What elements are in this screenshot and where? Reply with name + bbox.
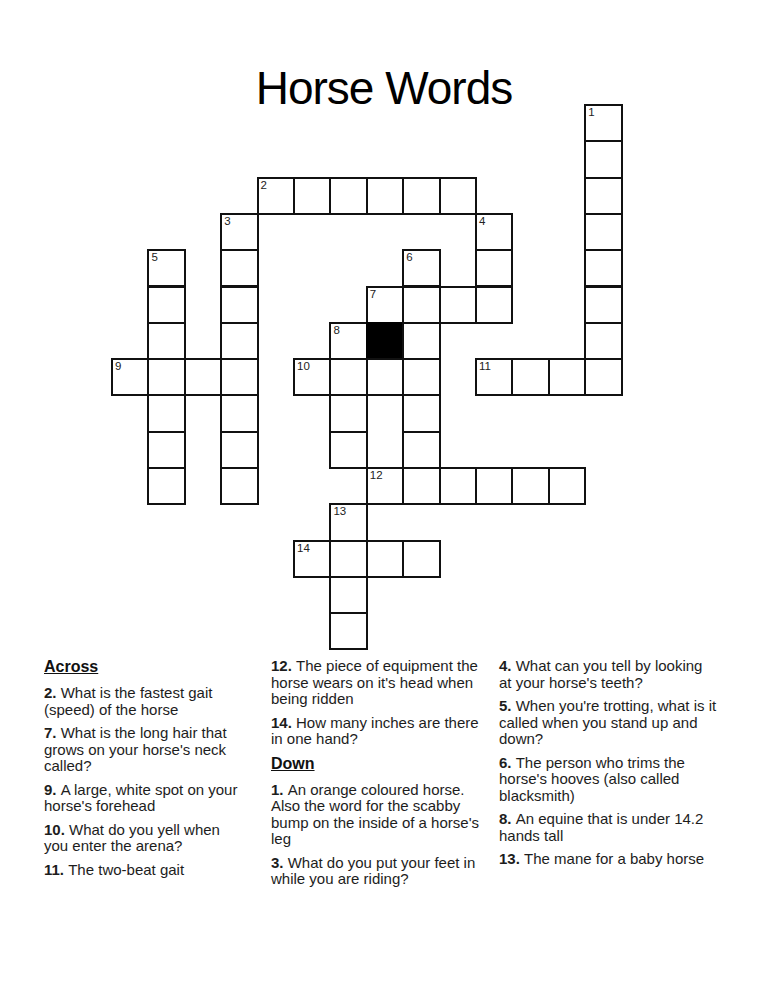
cell-number: 12 [370, 469, 383, 482]
grid-cell[interactable]: 9 [111, 358, 149, 396]
grid-cell[interactable] [439, 467, 477, 505]
grid-cell[interactable] [329, 540, 367, 578]
grid-cell[interactable]: 1 [584, 104, 622, 142]
grid-cell[interactable]: 4 [475, 213, 513, 251]
cell-number: 8 [333, 324, 339, 337]
grid-cell[interactable] [584, 140, 622, 178]
grid-cell[interactable] [220, 249, 258, 287]
clue-4: 4. What can you tell by looking at your … [499, 658, 717, 691]
grid-cell[interactable] [293, 177, 331, 215]
clue-8: 8. An equine that is under 14.2 hands ta… [499, 811, 717, 844]
clue-text: When you're trotting, what is it called … [499, 697, 716, 747]
clue-number: 10. [44, 821, 69, 838]
clue-text: What is the fastest gait (speed) of the … [44, 684, 212, 718]
cell-number: 1 [588, 106, 594, 119]
grid-cell[interactable] [439, 177, 477, 215]
clue-3: 3. What do you put your feet in while yo… [271, 855, 483, 888]
grid-cell[interactable] [402, 431, 440, 469]
clue-number: 3. [271, 854, 288, 871]
grid-cell[interactable] [475, 467, 513, 505]
page: { "game": "crossword", "title": "Horse W… [0, 0, 768, 994]
clue-text: What do you put your feet in while you a… [271, 854, 475, 888]
grid-cell[interactable] [329, 177, 367, 215]
grid-cell[interactable] [584, 322, 622, 360]
clues-heading-down: Down [271, 755, 483, 773]
grid-cell[interactable] [439, 286, 477, 324]
grid-cell[interactable] [147, 358, 185, 396]
clue-text: The mane for a baby horse [524, 850, 704, 867]
clue-14: 14. How many inches are there in one han… [271, 715, 483, 748]
grid-cell[interactable]: 12 [366, 467, 404, 505]
grid-cell[interactable] [402, 177, 440, 215]
clue-text: An orange coloured horse. Also the word … [271, 781, 479, 848]
clue-2: 2. What is the fastest gait (speed) of t… [44, 685, 244, 718]
grid-cell[interactable] [220, 322, 258, 360]
clue-number: 12. [271, 657, 296, 674]
grid-cell[interactable] [220, 286, 258, 324]
clue-text: What can you tell by looking at your hor… [499, 657, 702, 691]
clue-column-3: 4. What can you tell by looking at your … [499, 658, 717, 875]
grid-cell[interactable] [220, 394, 258, 432]
clue-7: 7. What is the long hair that grows on y… [44, 725, 244, 775]
cell-number: 11 [479, 360, 491, 373]
grid-cell[interactable] [475, 249, 513, 287]
grid-cell[interactable] [511, 467, 549, 505]
grid-cell[interactable] [402, 286, 440, 324]
grid-cell[interactable] [220, 467, 258, 505]
grid-cell[interactable] [584, 249, 622, 287]
cell-number: 13 [333, 505, 346, 518]
grid-cell[interactable]: 10 [293, 358, 331, 396]
clue-text: The person who trims the horse's hooves … [499, 754, 685, 804]
clue-number: 2. [44, 684, 61, 701]
grid-cell[interactable]: 11 [475, 358, 513, 396]
grid-cell[interactable] [329, 612, 367, 650]
grid-cell[interactable] [511, 358, 549, 396]
cell-number: 2 [261, 179, 267, 192]
clue-11: 11. The two-beat gait [44, 862, 244, 879]
grid-cell[interactable]: 13 [329, 503, 367, 541]
grid-cell[interactable] [402, 467, 440, 505]
crossword-grid: 1234567891011121314 [111, 104, 636, 654]
grid-cell[interactable] [366, 177, 404, 215]
clue-text: A large, white spot on your horse's fore… [44, 781, 237, 815]
clue-12: 12. The piece of equipment the horse wea… [271, 658, 483, 708]
grid-cell[interactable] [147, 467, 185, 505]
grid-cell[interactable]: 3 [220, 213, 258, 251]
grid-cell[interactable] [220, 431, 258, 469]
clue-column-2: 12. The piece of equipment the horse wea… [271, 658, 483, 895]
clue-text: How many inches are there in one hand? [271, 714, 479, 748]
clue-13: 13. The mane for a baby horse [499, 851, 717, 868]
clue-text: What do you yell when you enter the aren… [44, 821, 220, 855]
cell-number: 4 [479, 215, 485, 228]
grid-cell[interactable] [147, 286, 185, 324]
grid-cell[interactable]: 5 [147, 249, 185, 287]
clue-number: 9. [44, 781, 61, 798]
black-cell [366, 322, 404, 360]
grid-cell[interactable] [584, 286, 622, 324]
grid-cell[interactable] [475, 286, 513, 324]
grid-cell[interactable] [329, 358, 367, 396]
cell-number: 3 [224, 215, 230, 228]
grid-cell[interactable] [147, 322, 185, 360]
cell-number: 9 [115, 360, 121, 373]
clue-column-1: Across2. What is the fastest gait (speed… [44, 658, 244, 885]
clue-number: 4. [499, 657, 516, 674]
grid-cell[interactable] [147, 394, 185, 432]
clue-6: 6. The person who trims the horse's hoov… [499, 755, 717, 805]
grid-cell[interactable]: 14 [293, 540, 331, 578]
clues-heading-across: Across [44, 658, 244, 676]
clue-number: 11. [44, 861, 68, 878]
grid-cell[interactable] [184, 358, 222, 396]
clue-number: 6. [499, 754, 516, 771]
grid-cell[interactable] [329, 394, 367, 432]
grid-cell[interactable] [584, 358, 622, 396]
grid-cell[interactable] [548, 467, 586, 505]
grid-cell[interactable] [584, 177, 622, 215]
clue-5: 5. When you're trotting, what is it call… [499, 698, 717, 748]
grid-cell[interactable]: 2 [257, 177, 295, 215]
clue-text: The piece of equipment the horse wears o… [271, 657, 478, 707]
grid-cell[interactable] [402, 394, 440, 432]
grid-cell[interactable] [402, 358, 440, 396]
grid-cell[interactable] [366, 358, 404, 396]
clue-number: 13. [499, 850, 524, 867]
clue-number: 1. [271, 781, 288, 798]
grid-cell[interactable]: 8 [329, 322, 367, 360]
grid-cell[interactable] [366, 540, 404, 578]
grid-cell[interactable] [548, 358, 586, 396]
clue-text: What is the long hair that grows on your… [44, 724, 227, 774]
cell-number: 10 [297, 360, 310, 373]
clue-text: An equine that is under 14.2 hands tall [499, 810, 703, 844]
clue-number: 14. [271, 714, 296, 731]
grid-cell[interactable] [402, 322, 440, 360]
clue-1: 1. An orange coloured horse. Also the wo… [271, 782, 483, 848]
clue-text: The two-beat gait [68, 861, 184, 878]
grid-cell[interactable]: 6 [402, 249, 440, 287]
clue-number: 8. [499, 810, 516, 827]
clue-10: 10. What do you yell when you enter the … [44, 822, 244, 855]
grid-cell[interactable] [329, 576, 367, 614]
clue-9: 9. A large, white spot on your horse's f… [44, 782, 244, 815]
grid-cell[interactable] [220, 358, 258, 396]
cell-number: 14 [297, 542, 310, 555]
cell-number: 7 [370, 288, 376, 301]
grid-cell[interactable] [147, 431, 185, 469]
clue-number: 5. [499, 697, 516, 714]
grid-cell[interactable] [329, 431, 367, 469]
grid-cell[interactable] [402, 540, 440, 578]
grid-cell[interactable]: 7 [366, 286, 404, 324]
clue-number: 7. [44, 724, 61, 741]
cell-number: 5 [151, 251, 157, 264]
grid-cell[interactable] [584, 213, 622, 251]
cell-number: 6 [406, 251, 412, 264]
